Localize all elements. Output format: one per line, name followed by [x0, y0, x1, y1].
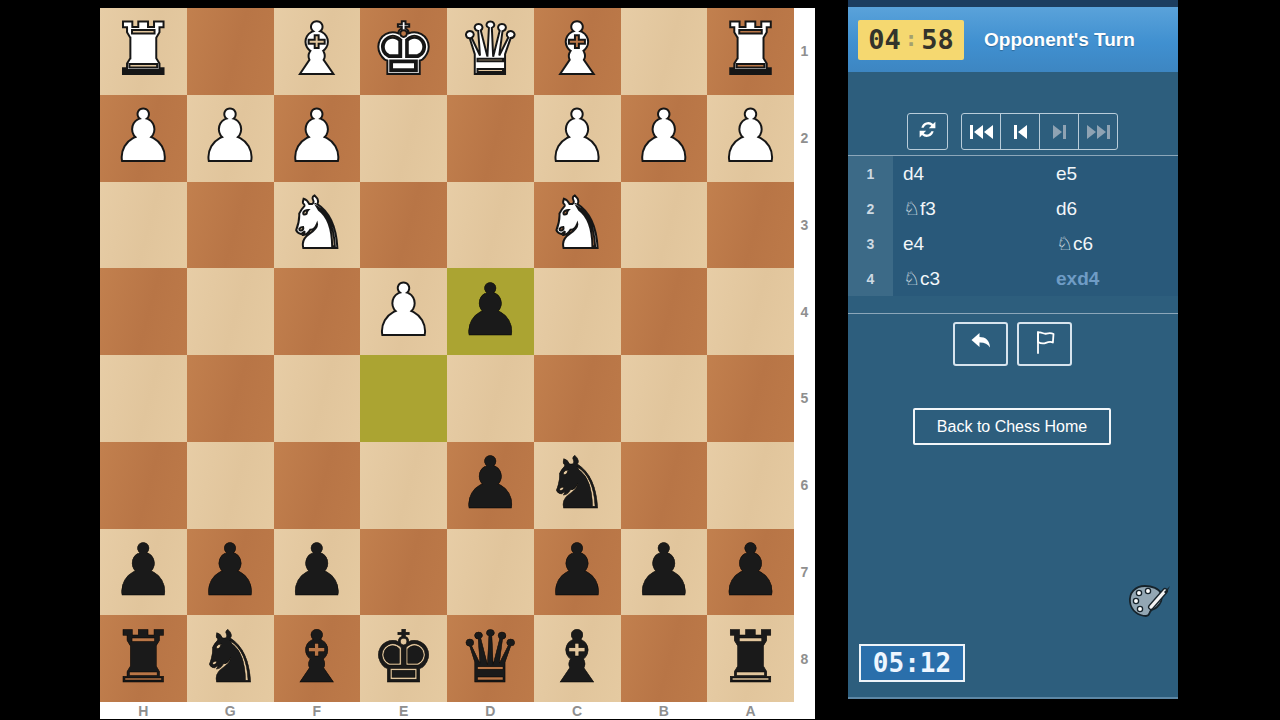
divider-bottom — [848, 313, 1178, 314]
square-f6[interactable] — [274, 442, 361, 529]
square-a7[interactable]: ♟ — [707, 529, 794, 616]
square-d6[interactable]: ♟ — [447, 442, 534, 529]
square-d7[interactable] — [447, 529, 534, 616]
piece-black-pawn: ♟ — [285, 534, 350, 606]
piece-white-pawn: ♟ — [198, 100, 263, 172]
square-f1[interactable]: ♝ — [274, 8, 361, 95]
file-label-h: H — [100, 702, 187, 719]
piece-black-pawn: ♟ — [632, 534, 697, 606]
clock-colon: : — [905, 27, 918, 51]
piece-white-pawn: ♟ — [632, 100, 697, 172]
file-label-g: G — [187, 702, 274, 719]
palette-icon — [1126, 608, 1172, 625]
square-b7[interactable]: ♟ — [621, 529, 708, 616]
move-black[interactable]: e5 — [1046, 156, 1178, 191]
piece-white-pawn: ♟ — [545, 100, 610, 172]
square-f2[interactable]: ♟ — [274, 95, 361, 182]
square-h7[interactable]: ♟ — [100, 529, 187, 616]
rank-label-3: 3 — [794, 182, 815, 269]
chess-board: ♜♝♚♛♝♜♟♟♟♟♟♟♞♞♟♟♟♞♟♟♟♟♟♟♜♞♝♚♛♝♜ — [100, 8, 794, 702]
piece-black-queen: ♛ — [458, 621, 523, 693]
rank-label-8: 8 — [794, 615, 815, 702]
rank-label-6: 6 — [794, 442, 815, 529]
status-bar: 04 : 58 Opponent's Turn — [848, 7, 1178, 72]
rank-label-1: 1 — [794, 8, 815, 95]
square-h8[interactable]: ♜ — [100, 615, 187, 702]
square-c7[interactable]: ♟ — [534, 529, 621, 616]
square-a3[interactable] — [707, 182, 794, 269]
square-b3[interactable] — [621, 182, 708, 269]
square-c2[interactable]: ♟ — [534, 95, 621, 182]
undo-icon — [967, 328, 995, 360]
piece-black-pawn: ♟ — [458, 274, 523, 346]
piece-white-rook: ♜ — [718, 13, 783, 85]
piece-white-knight: ♞ — [545, 187, 610, 259]
square-b4[interactable] — [621, 268, 708, 355]
rank-label-5: 5 — [794, 355, 815, 442]
piece-white-rook: ♜ — [111, 13, 176, 85]
square-h1[interactable]: ♜ — [100, 8, 187, 95]
piece-white-king: ♚ — [371, 13, 436, 85]
sidebar-top-strip — [848, 0, 1178, 7]
square-b6[interactable] — [621, 442, 708, 529]
move-black[interactable]: exd4 — [1046, 261, 1178, 296]
move-row-2: 2♘f3d6 — [848, 191, 1178, 226]
square-c4[interactable] — [534, 268, 621, 355]
piece-white-knight: ♞ — [285, 187, 350, 259]
move-row-4: 4♘c3exd4 — [848, 261, 1178, 296]
square-c8[interactable]: ♝ — [534, 615, 621, 702]
move-number: 2 — [848, 191, 893, 226]
square-a4[interactable] — [707, 268, 794, 355]
piece-white-bishop: ♝ — [545, 13, 610, 85]
square-h2[interactable]: ♟ — [100, 95, 187, 182]
square-e4[interactable]: ♟ — [360, 268, 447, 355]
opponent-clock: 04 : 58 — [858, 20, 964, 60]
board-container: ♜♝♚♛♝♜♟♟♟♟♟♟♞♞♟♟♟♞♟♟♟♟♟♟♜♞♝♚♛♝♜ 12345678… — [100, 8, 815, 719]
square-e1[interactable]: ♚ — [360, 8, 447, 95]
flip-board-button[interactable] — [907, 113, 948, 150]
square-d1[interactable]: ♛ — [447, 8, 534, 95]
undo-button[interactable] — [953, 322, 1008, 366]
square-a2[interactable]: ♟ — [707, 95, 794, 182]
square-d4[interactable]: ♟ — [447, 268, 534, 355]
piece-black-pawn: ♟ — [545, 534, 610, 606]
square-h5[interactable] — [100, 355, 187, 442]
square-h3[interactable] — [100, 182, 187, 269]
piece-white-queen: ♛ — [458, 13, 523, 85]
square-f4[interactable] — [274, 268, 361, 355]
move-number: 3 — [848, 226, 893, 261]
move-white[interactable]: ♘c3 — [893, 261, 1046, 296]
square-c3[interactable]: ♞ — [534, 182, 621, 269]
file-labels: HGFEDCBA — [100, 702, 794, 719]
piece-black-pawn: ♟ — [458, 447, 523, 519]
game-sidebar: 04 : 58 Opponent's Turn — [848, 0, 1178, 699]
square-g7[interactable]: ♟ — [187, 529, 274, 616]
resign-flag-button[interactable] — [1017, 322, 1072, 366]
theme-palette-button[interactable] — [1126, 582, 1172, 622]
file-label-b: B — [621, 702, 708, 719]
square-g2[interactable]: ♟ — [187, 95, 274, 182]
piece-black-rook: ♜ — [718, 621, 783, 693]
square-g6[interactable] — [187, 442, 274, 529]
move-black[interactable]: d6 — [1046, 191, 1178, 226]
move-list: 1d4e52♘f3d63e4♘c64♘c3exd4 — [848, 156, 1178, 296]
square-d8[interactable]: ♛ — [447, 615, 534, 702]
square-a8[interactable]: ♜ — [707, 615, 794, 702]
piece-white-bishop: ♝ — [285, 13, 350, 85]
turn-status-label: Opponent's Turn — [984, 29, 1135, 51]
square-f8[interactable]: ♝ — [274, 615, 361, 702]
skip-to-start-icon — [970, 125, 993, 139]
square-b2[interactable]: ♟ — [621, 95, 708, 182]
rank-label-4: 4 — [794, 268, 815, 355]
rank-label-2: 2 — [794, 95, 815, 182]
move-black[interactable]: ♘c6 — [1046, 226, 1178, 261]
piece-black-pawn: ♟ — [198, 534, 263, 606]
player-clock-time: 05:12 — [873, 648, 951, 678]
file-label-a: A — [707, 702, 794, 719]
piece-black-knight: ♞ — [545, 447, 610, 519]
rank-labels: 12345678 — [794, 8, 815, 702]
square-e8[interactable]: ♚ — [360, 615, 447, 702]
piece-white-pawn: ♟ — [371, 274, 436, 346]
square-h6[interactable] — [100, 442, 187, 529]
square-g3[interactable] — [187, 182, 274, 269]
square-f3[interactable]: ♞ — [274, 182, 361, 269]
piece-black-pawn: ♟ — [718, 534, 783, 606]
player-clock: 05:12 — [859, 644, 965, 682]
square-d3[interactable] — [447, 182, 534, 269]
flag-icon — [1032, 328, 1058, 360]
piece-black-bishop: ♝ — [285, 621, 350, 693]
move-white[interactable]: e4 — [893, 226, 1046, 261]
file-label-e: E — [360, 702, 447, 719]
square-c1[interactable]: ♝ — [534, 8, 621, 95]
file-label-c: C — [534, 702, 621, 719]
last-move-button[interactable] — [1078, 113, 1118, 150]
back-to-chess-home-button[interactable]: Back to Chess Home — [913, 408, 1111, 445]
piece-black-rook: ♜ — [111, 621, 176, 693]
square-a6[interactable] — [707, 442, 794, 529]
square-f7[interactable]: ♟ — [274, 529, 361, 616]
square-g4[interactable] — [187, 268, 274, 355]
square-g8[interactable]: ♞ — [187, 615, 274, 702]
skip-to-end-icon — [1087, 125, 1110, 139]
piece-black-king: ♚ — [371, 621, 436, 693]
square-e3[interactable] — [360, 182, 447, 269]
opponent-clock-minutes: 04 — [868, 24, 901, 55]
square-g1[interactable] — [187, 8, 274, 95]
square-e2[interactable] — [360, 95, 447, 182]
square-a1[interactable]: ♜ — [707, 8, 794, 95]
previous-move-button[interactable] — [1000, 113, 1040, 150]
piece-black-knight: ♞ — [198, 621, 263, 693]
square-b8[interactable] — [621, 615, 708, 702]
file-label-f: F — [274, 702, 361, 719]
opponent-clock-seconds: 58 — [921, 24, 954, 55]
square-e6[interactable] — [360, 442, 447, 529]
rank-label-7: 7 — [794, 529, 815, 616]
app-stage: ♜♝♚♛♝♜♟♟♟♟♟♟♞♞♟♟♟♞♟♟♟♟♟♟♜♞♝♚♛♝♜ 12345678… — [0, 0, 1280, 720]
first-move-button[interactable] — [961, 113, 1001, 150]
piece-black-bishop: ♝ — [545, 621, 610, 693]
square-c6[interactable]: ♞ — [534, 442, 621, 529]
piece-white-pawn: ♟ — [285, 100, 350, 172]
square-d2[interactable] — [447, 95, 534, 182]
move-white[interactable]: ♘f3 — [893, 191, 1046, 226]
piece-white-pawn: ♟ — [111, 100, 176, 172]
square-d5[interactable] — [447, 355, 534, 442]
piece-white-pawn: ♟ — [718, 100, 783, 172]
next-move-button[interactable] — [1039, 113, 1079, 150]
step-forward-icon — [1053, 125, 1066, 139]
move-row-1: 1d4e5 — [848, 156, 1178, 191]
square-h4[interactable] — [100, 268, 187, 355]
piece-black-pawn: ♟ — [111, 534, 176, 606]
move-number: 4 — [848, 261, 893, 296]
square-b5[interactable] — [621, 355, 708, 442]
square-b1[interactable] — [621, 8, 708, 95]
step-back-icon — [1014, 125, 1027, 139]
square-g5[interactable] — [187, 355, 274, 442]
move-white[interactable]: d4 — [893, 156, 1046, 191]
flip-board-icon — [917, 119, 938, 144]
square-e7[interactable] — [360, 529, 447, 616]
square-a5[interactable] — [707, 355, 794, 442]
square-c5[interactable] — [534, 355, 621, 442]
move-number: 1 — [848, 156, 893, 191]
back-button-label: Back to Chess Home — [937, 418, 1087, 436]
square-e5[interactable] — [360, 355, 447, 442]
move-row-3: 3e4♘c6 — [848, 226, 1178, 261]
square-f5[interactable] — [274, 355, 361, 442]
file-label-d: D — [447, 702, 534, 719]
